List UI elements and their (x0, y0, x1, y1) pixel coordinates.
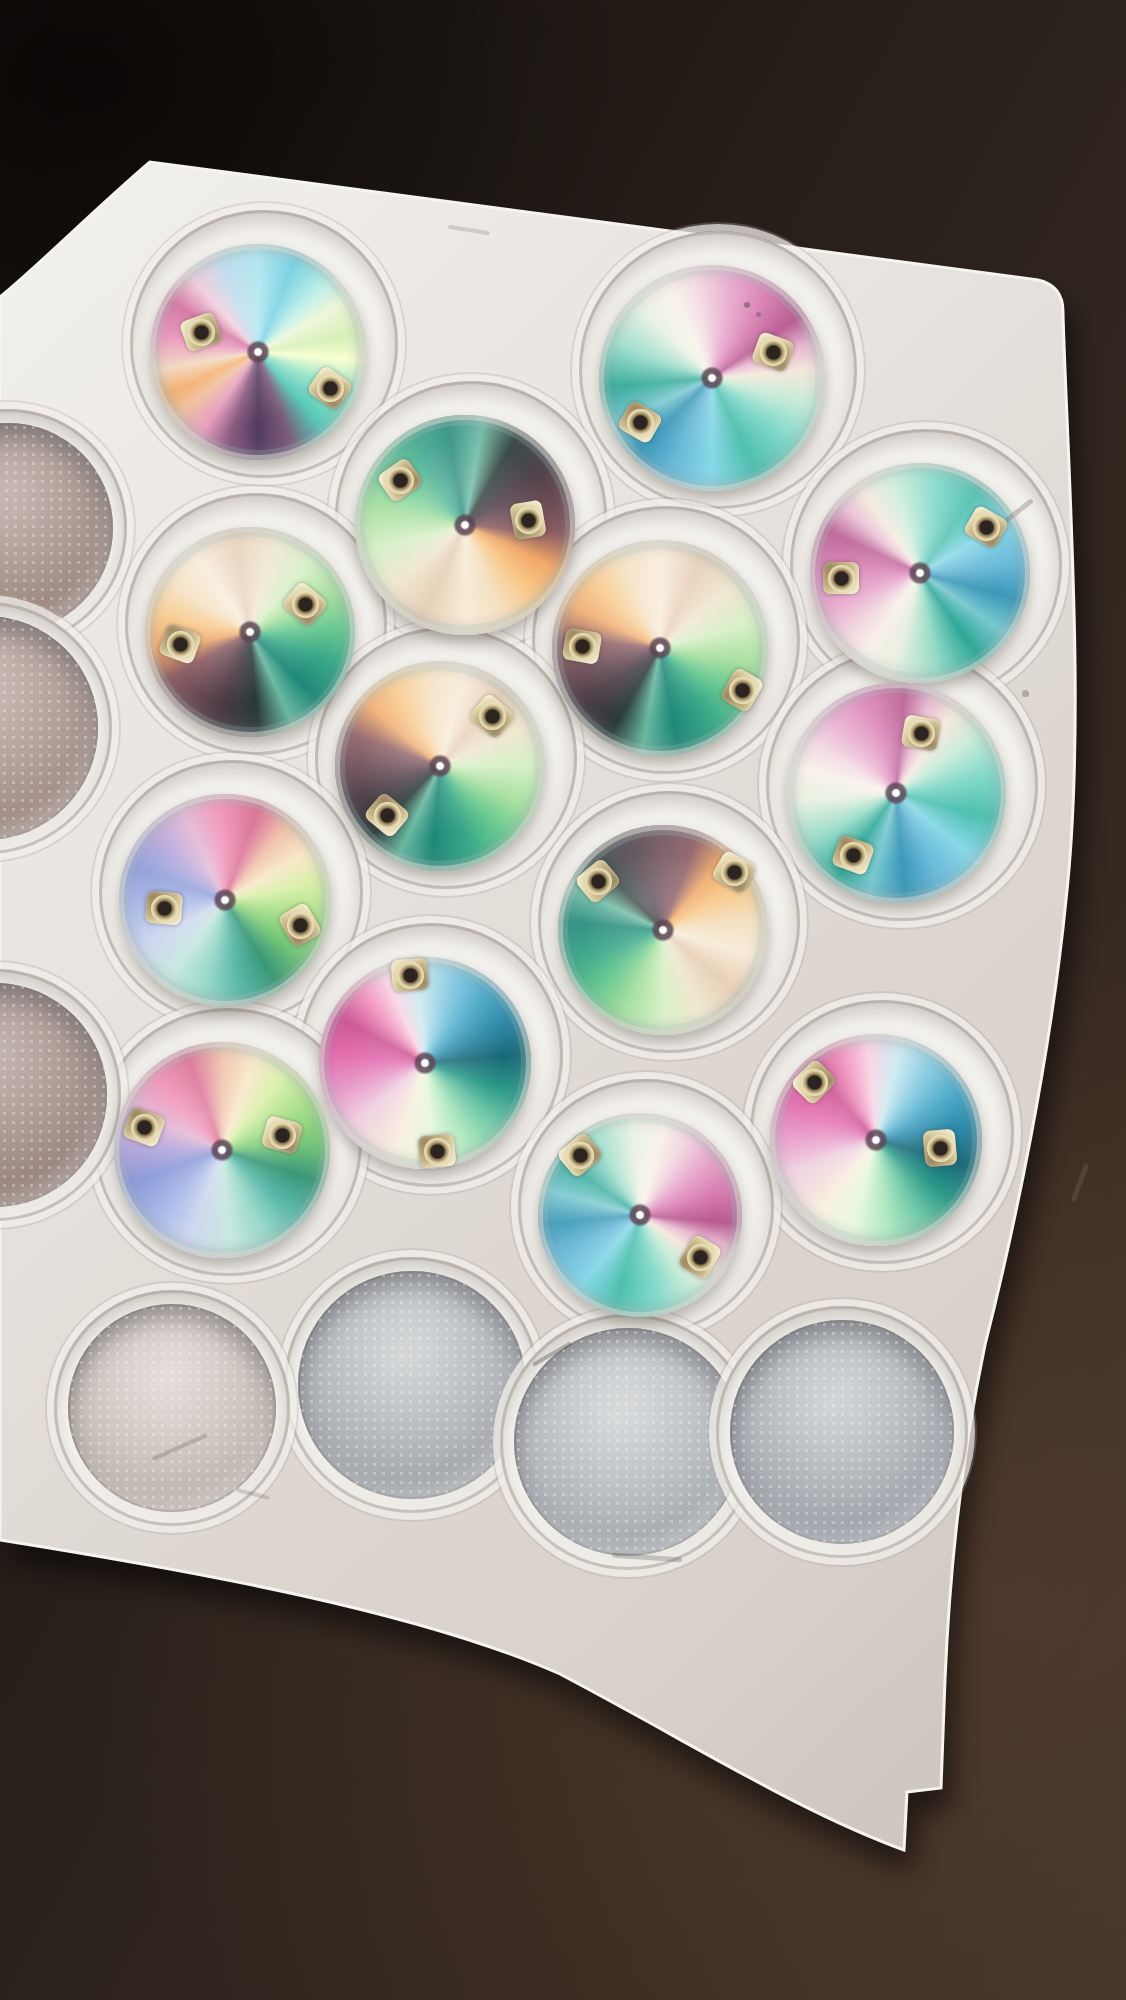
smudge-mark (532, 1341, 572, 1366)
smudge-mark (448, 225, 490, 236)
smudge-mark (1022, 690, 1029, 697)
smudge-mark (152, 1433, 208, 1461)
smudge-layer (0, 0, 1126, 2000)
smudge-mark (744, 302, 750, 308)
smudge-mark (236, 1488, 270, 1500)
photo-rhinestone-tray (0, 0, 1126, 2000)
smudge-mark (756, 312, 761, 317)
smudge-mark (1071, 1163, 1089, 1202)
smudge-mark (1004, 498, 1034, 523)
smudge-mark (612, 1553, 682, 1563)
